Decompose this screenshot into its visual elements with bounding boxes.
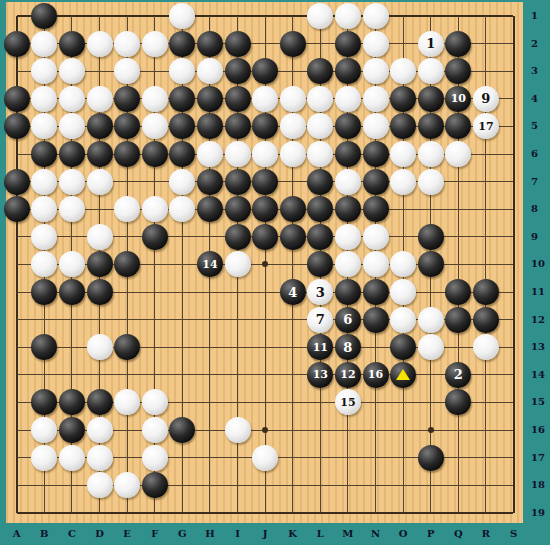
stone-I9: [225, 224, 251, 250]
move-number-13: 13: [313, 369, 328, 380]
stone-I16: [225, 417, 251, 443]
stone-K8: [280, 196, 306, 222]
stone-D4: [87, 86, 113, 112]
stone-N2: [363, 31, 389, 57]
stone-K11: 4: [280, 279, 306, 305]
stone-I7: [225, 169, 251, 195]
stone-Q12: [445, 307, 471, 333]
stone-M7: [335, 169, 361, 195]
stone-M13: 8: [335, 334, 361, 360]
stone-M14: 12: [335, 362, 361, 388]
stone-D10: [87, 251, 113, 277]
stone-D7: [87, 169, 113, 195]
column-label-M: M: [338, 528, 358, 539]
stone-P3: [418, 58, 444, 84]
column-label-R: R: [476, 528, 496, 539]
move-number-6: 6: [343, 313, 352, 326]
stone-C4: [59, 86, 85, 112]
stone-C7: [59, 169, 85, 195]
column-label-D: D: [90, 528, 110, 539]
row-label-11: 11: [531, 286, 550, 297]
stone-C16: [59, 417, 85, 443]
move-number-8: 8: [343, 341, 352, 354]
row-label-19: 19: [531, 507, 550, 518]
stone-N9: [363, 224, 389, 250]
stone-D9: [87, 224, 113, 250]
stone-P12: [418, 307, 444, 333]
stone-F5: [142, 113, 168, 139]
stone-D17: [87, 445, 113, 471]
stone-G2: [169, 31, 195, 57]
row-label-13: 13: [531, 341, 550, 352]
column-label-Q: Q: [448, 528, 468, 539]
stone-H7: [197, 169, 223, 195]
stone-I3: [225, 58, 251, 84]
stone-P10: [418, 251, 444, 277]
stone-O11: [390, 279, 416, 305]
column-label-S: S: [504, 528, 524, 539]
go-diagram: ABCDEFGHIJKLMNOPQRS123456789101112131415…: [0, 0, 550, 545]
stone-M12: 6: [335, 307, 361, 333]
stone-P7: [418, 169, 444, 195]
move-number-10: 10: [451, 93, 466, 104]
stone-I8: [225, 196, 251, 222]
move-number-15: 15: [340, 397, 355, 408]
stone-P5: [418, 113, 444, 139]
row-label-6: 6: [531, 148, 550, 159]
stone-R12: [473, 307, 499, 333]
stone-I6: [225, 141, 251, 167]
stone-L4: [307, 86, 333, 112]
stone-C8: [59, 196, 85, 222]
stone-H4: [197, 86, 223, 112]
stone-E4: [114, 86, 140, 112]
stone-O4: [390, 86, 416, 112]
stone-A5: [4, 113, 30, 139]
stone-O7: [390, 169, 416, 195]
stone-O12: [390, 307, 416, 333]
stone-D5: [87, 113, 113, 139]
row-label-14: 14: [531, 369, 550, 380]
stone-N8: [363, 196, 389, 222]
stone-O14: [390, 362, 416, 388]
stone-C2: [59, 31, 85, 57]
row-label-8: 8: [531, 203, 550, 214]
row-label-9: 9: [531, 231, 550, 242]
row-label-7: 7: [531, 176, 550, 187]
stone-J6: [252, 141, 278, 167]
stone-J4: [252, 86, 278, 112]
stone-D13: [87, 334, 113, 360]
stone-A7: [4, 169, 30, 195]
stone-M11: [335, 279, 361, 305]
move-number-3: 3: [316, 286, 325, 299]
stone-D11: [87, 279, 113, 305]
stone-I5: [225, 113, 251, 139]
column-label-B: B: [34, 528, 54, 539]
stone-K5: [280, 113, 306, 139]
move-number-4: 4: [288, 286, 297, 299]
stone-F6: [142, 141, 168, 167]
stone-F17: [142, 445, 168, 471]
column-label-H: H: [200, 528, 220, 539]
stone-P6: [418, 141, 444, 167]
row-label-15: 15: [531, 396, 550, 407]
stone-C3: [59, 58, 85, 84]
move-number-17: 17: [478, 121, 493, 132]
stone-L7: [307, 169, 333, 195]
stone-M3: [335, 58, 361, 84]
stone-R4: 9: [473, 86, 499, 112]
stone-L14: 13: [307, 362, 333, 388]
stone-P2: 1: [418, 31, 444, 57]
stone-A8: [4, 196, 30, 222]
stone-F15: [142, 389, 168, 415]
stone-B2: [31, 31, 57, 57]
move-number-11: 11: [313, 342, 328, 353]
stone-D18: [87, 472, 113, 498]
stone-N1: [363, 3, 389, 29]
stone-P4: [418, 86, 444, 112]
stone-M8: [335, 196, 361, 222]
column-label-E: E: [117, 528, 137, 539]
move-number-16: 16: [368, 369, 383, 380]
stone-H3: [197, 58, 223, 84]
stone-C17: [59, 445, 85, 471]
stone-O6: [390, 141, 416, 167]
stone-M6: [335, 141, 361, 167]
stone-M2: [335, 31, 361, 57]
row-label-12: 12: [531, 314, 550, 325]
stone-D15: [87, 389, 113, 415]
stone-F2: [142, 31, 168, 57]
stone-N11: [363, 279, 389, 305]
stone-Q2: [445, 31, 471, 57]
stone-A4: [4, 86, 30, 112]
stone-L9: [307, 224, 333, 250]
stone-F8: [142, 196, 168, 222]
column-label-A: A: [7, 528, 27, 539]
move-number-7: 7: [316, 313, 325, 326]
stone-H2: [197, 31, 223, 57]
column-label-P: P: [421, 528, 441, 539]
stone-B7: [31, 169, 57, 195]
stone-G7: [169, 169, 195, 195]
row-label-2: 2: [531, 38, 550, 49]
stone-F9: [142, 224, 168, 250]
stone-N12: [363, 307, 389, 333]
stone-D6: [87, 141, 113, 167]
stone-K4: [280, 86, 306, 112]
column-label-N: N: [366, 528, 386, 539]
row-label-16: 16: [531, 424, 550, 435]
stone-I4: [225, 86, 251, 112]
stone-N3: [363, 58, 389, 84]
stone-C6: [59, 141, 85, 167]
move-number-12: 12: [340, 369, 355, 380]
grid-hline: [17, 512, 514, 514]
stone-H8: [197, 196, 223, 222]
stone-N4: [363, 86, 389, 112]
stone-F18: [142, 472, 168, 498]
grid-hline: [17, 374, 514, 375]
move-number-14: 14: [202, 259, 217, 270]
stone-R13: [473, 334, 499, 360]
stone-N7: [363, 169, 389, 195]
stone-I10: [225, 251, 251, 277]
stone-K6: [280, 141, 306, 167]
stone-N10: [363, 251, 389, 277]
move-number-2: 2: [454, 368, 463, 381]
column-label-C: C: [62, 528, 82, 539]
stone-M1: [335, 3, 361, 29]
stone-D16: [87, 417, 113, 443]
stone-Q14: 2: [445, 362, 471, 388]
stone-B9: [31, 224, 57, 250]
column-label-G: G: [172, 528, 192, 539]
stone-M9: [335, 224, 361, 250]
stone-P9: [418, 224, 444, 250]
column-label-F: F: [145, 528, 165, 539]
stone-I2: [225, 31, 251, 57]
row-label-4: 4: [531, 93, 550, 104]
stone-F4: [142, 86, 168, 112]
stone-E2: [114, 31, 140, 57]
stone-N14: 16: [363, 362, 389, 388]
stone-R11: [473, 279, 499, 305]
move-number-1: 1: [426, 37, 435, 50]
move-number-9: 9: [481, 92, 490, 105]
stone-L12: 7: [307, 307, 333, 333]
star-point: [428, 427, 434, 433]
row-label-18: 18: [531, 479, 550, 490]
row-label-1: 1: [531, 10, 550, 21]
stone-J17: [252, 445, 278, 471]
stone-D2: [87, 31, 113, 57]
stone-N6: [363, 141, 389, 167]
stone-Q4: 10: [445, 86, 471, 112]
triangle-marker: [396, 369, 410, 380]
grid-vline: [513, 16, 515, 513]
row-label-10: 10: [531, 258, 550, 269]
stone-N5: [363, 113, 389, 139]
stone-B4: [31, 86, 57, 112]
stone-A2: [4, 31, 30, 57]
stone-P13: [418, 334, 444, 360]
column-label-L: L: [310, 528, 330, 539]
row-label-5: 5: [531, 120, 550, 131]
stone-K9: [280, 224, 306, 250]
stone-B17: [31, 445, 57, 471]
stone-P17: [418, 445, 444, 471]
column-label-O: O: [393, 528, 413, 539]
stone-H6: [197, 141, 223, 167]
column-label-J: J: [255, 528, 275, 539]
stone-F16: [142, 417, 168, 443]
stone-G4: [169, 86, 195, 112]
row-label-3: 3: [531, 65, 550, 76]
stone-K2: [280, 31, 306, 57]
stone-C11: [59, 279, 85, 305]
stone-E6: [114, 141, 140, 167]
column-label-I: I: [228, 528, 248, 539]
stone-M4: [335, 86, 361, 112]
stone-J9: [252, 224, 278, 250]
row-label-17: 17: [531, 452, 550, 463]
column-label-K: K: [283, 528, 303, 539]
stone-J7: [252, 169, 278, 195]
